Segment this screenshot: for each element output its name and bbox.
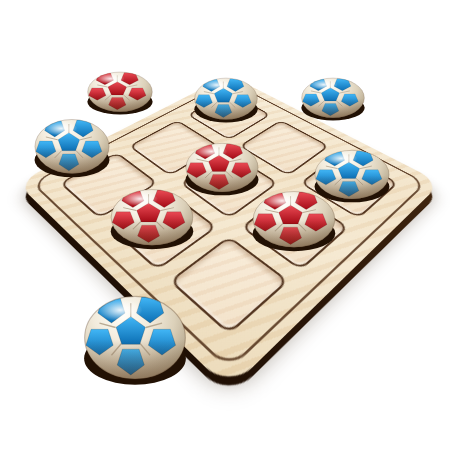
piece-blue-spare-left-corner-offboard[interactable]: [33, 118, 111, 178]
product-photo-stage: [0, 0, 450, 450]
piece-blue-spare-back-right-offboard[interactable]: [300, 77, 366, 121]
piece-red-r2c3[interactable]: [251, 190, 337, 252]
piece-red-r3c2[interactable]: [109, 188, 195, 250]
pieces-layer: [0, 0, 450, 450]
piece-blue-r1c1[interactable]: [193, 77, 259, 123]
piece-red-spare-back-left-offboard[interactable]: [86, 71, 154, 115]
piece-red-r2c2[interactable]: [184, 142, 260, 196]
piece-blue-spare-front-offboard[interactable]: [82, 294, 188, 386]
